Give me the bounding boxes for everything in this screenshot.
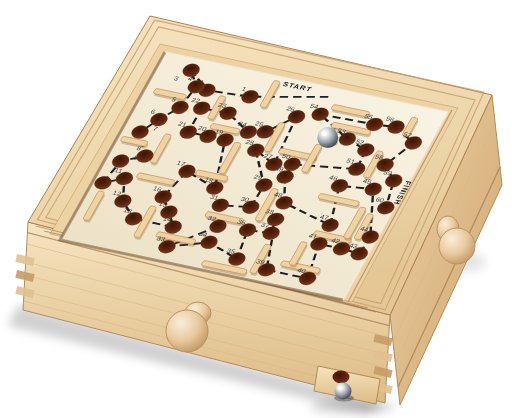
maze-ball-highlight: [322, 131, 327, 136]
spare-ball: [335, 383, 352, 400]
spare-ball-highlight: [338, 386, 342, 390]
labyrinth-game-photo: 1234567891011121314151617181920212223242…: [0, 0, 512, 418]
scene: 1234567891011121314151617181920212223242…: [0, 0, 512, 418]
ball-catch-hole: [333, 371, 350, 384]
balls-layer: [317, 127, 338, 148]
finger-joints-left: [15, 254, 34, 298]
maze-ball: [317, 127, 338, 148]
